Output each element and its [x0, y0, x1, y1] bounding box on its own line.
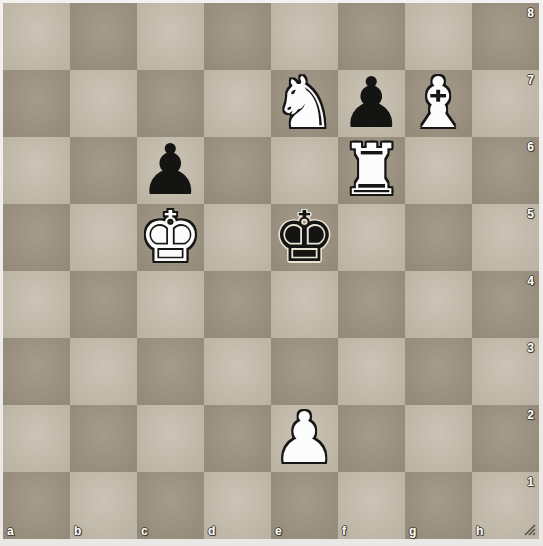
- square-b1[interactable]: b: [70, 472, 137, 539]
- square-a2[interactable]: [3, 405, 70, 472]
- page: 8♞♟♝7♟♜6♚♚543♟2abcdefg1h: [0, 0, 543, 546]
- file-label-a: a: [7, 524, 14, 538]
- square-f6[interactable]: ♜: [338, 137, 405, 204]
- rank-label-8: 8: [527, 6, 534, 20]
- square-f2[interactable]: [338, 405, 405, 472]
- square-d4[interactable]: [204, 271, 271, 338]
- file-label-g: g: [409, 524, 416, 538]
- square-e6[interactable]: [271, 137, 338, 204]
- square-c5[interactable]: ♚: [137, 204, 204, 271]
- square-f3[interactable]: [338, 338, 405, 405]
- file-label-e: e: [275, 524, 282, 538]
- square-a6[interactable]: [3, 137, 70, 204]
- square-c7[interactable]: [137, 70, 204, 137]
- square-g1[interactable]: g: [405, 472, 472, 539]
- square-b5[interactable]: [70, 204, 137, 271]
- square-a1[interactable]: a: [3, 472, 70, 539]
- rank-label-4: 4: [527, 274, 534, 288]
- square-d7[interactable]: [204, 70, 271, 137]
- file-label-b: b: [74, 524, 81, 538]
- square-e2[interactable]: ♟: [271, 405, 338, 472]
- square-h2[interactable]: 2: [472, 405, 539, 472]
- square-b2[interactable]: [70, 405, 137, 472]
- square-a8[interactable]: [3, 3, 70, 70]
- black-king[interactable]: ♚: [271, 204, 338, 271]
- file-label-h: h: [476, 524, 483, 538]
- square-f4[interactable]: [338, 271, 405, 338]
- rank-label-5: 5: [527, 207, 534, 221]
- square-f8[interactable]: [338, 3, 405, 70]
- square-c1[interactable]: c: [137, 472, 204, 539]
- rank-label-2: 2: [527, 408, 534, 422]
- square-h6[interactable]: 6: [472, 137, 539, 204]
- square-g8[interactable]: [405, 3, 472, 70]
- square-b4[interactable]: [70, 271, 137, 338]
- square-b3[interactable]: [70, 338, 137, 405]
- file-label-f: f: [342, 524, 346, 538]
- square-g7[interactable]: ♝: [405, 70, 472, 137]
- file-label-d: d: [208, 524, 215, 538]
- square-g5[interactable]: [405, 204, 472, 271]
- square-f1[interactable]: f: [338, 472, 405, 539]
- square-d5[interactable]: [204, 204, 271, 271]
- square-h3[interactable]: 3: [472, 338, 539, 405]
- square-c2[interactable]: [137, 405, 204, 472]
- square-f5[interactable]: [338, 204, 405, 271]
- resize-handle-icon[interactable]: [522, 522, 537, 537]
- white-king[interactable]: ♚: [137, 204, 204, 271]
- square-e8[interactable]: [271, 3, 338, 70]
- white-rook[interactable]: ♜: [338, 137, 405, 204]
- square-a7[interactable]: [3, 70, 70, 137]
- white-knight[interactable]: ♞: [271, 70, 338, 137]
- square-e5[interactable]: ♚: [271, 204, 338, 271]
- square-d1[interactable]: d: [204, 472, 271, 539]
- square-g4[interactable]: [405, 271, 472, 338]
- square-a4[interactable]: [3, 271, 70, 338]
- white-pawn[interactable]: ♟: [271, 405, 338, 472]
- square-e3[interactable]: [271, 338, 338, 405]
- square-c8[interactable]: [137, 3, 204, 70]
- square-e7[interactable]: ♞: [271, 70, 338, 137]
- square-a5[interactable]: [3, 204, 70, 271]
- square-d3[interactable]: [204, 338, 271, 405]
- gripsmall-diagonal-se-icon: [522, 522, 537, 537]
- square-b7[interactable]: [70, 70, 137, 137]
- square-g2[interactable]: [405, 405, 472, 472]
- square-c3[interactable]: [137, 338, 204, 405]
- square-d2[interactable]: [204, 405, 271, 472]
- square-g6[interactable]: [405, 137, 472, 204]
- square-b6[interactable]: [70, 137, 137, 204]
- rank-label-7: 7: [527, 73, 534, 87]
- square-e1[interactable]: e: [271, 472, 338, 539]
- rank-label-6: 6: [527, 140, 534, 154]
- square-d6[interactable]: [204, 137, 271, 204]
- rank-label-3: 3: [527, 341, 534, 355]
- white-bishop[interactable]: ♝: [405, 70, 472, 137]
- square-h8[interactable]: 8: [472, 3, 539, 70]
- square-h4[interactable]: 4: [472, 271, 539, 338]
- file-label-c: c: [141, 524, 148, 538]
- black-pawn[interactable]: ♟: [338, 70, 405, 137]
- square-h7[interactable]: 7: [472, 70, 539, 137]
- square-f7[interactable]: ♟: [338, 70, 405, 137]
- square-c4[interactable]: [137, 271, 204, 338]
- square-b8[interactable]: [70, 3, 137, 70]
- square-g3[interactable]: [405, 338, 472, 405]
- square-e4[interactable]: [271, 271, 338, 338]
- chess-board: 8♞♟♝7♟♜6♚♚543♟2abcdefg1h: [3, 3, 539, 539]
- square-a3[interactable]: [3, 338, 70, 405]
- square-h5[interactable]: 5: [472, 204, 539, 271]
- black-pawn[interactable]: ♟: [137, 137, 204, 204]
- rank-label-1: 1: [527, 475, 534, 489]
- square-d8[interactable]: [204, 3, 271, 70]
- square-c6[interactable]: ♟: [137, 137, 204, 204]
